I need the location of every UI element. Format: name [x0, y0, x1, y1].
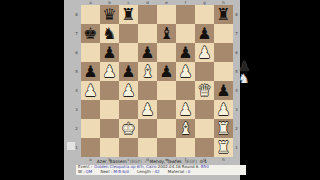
square-h7	[214, 24, 233, 43]
square-c3	[119, 100, 138, 119]
square-b1	[100, 138, 119, 157]
square-d7	[138, 24, 157, 43]
white-knight-margin-icon: ♞	[238, 72, 250, 86]
rank-labels-left: 87654321	[74, 5, 79, 157]
square-a4: ♟	[81, 81, 100, 100]
rank-label-8: 8	[234, 5, 239, 24]
white-pawn: ♟	[102, 62, 116, 81]
white-player-tag: (EGY)	[130, 159, 142, 164]
white-player-name: Azer, Bassem	[97, 159, 127, 164]
square-c8: ♜	[119, 5, 138, 24]
square-d5: ♝	[138, 62, 157, 81]
square-f1	[176, 138, 195, 157]
square-c7	[119, 24, 138, 43]
rank-label-7: 7	[74, 24, 79, 43]
square-h5	[214, 62, 233, 81]
black-knight: ♞	[102, 24, 116, 43]
square-a8	[81, 5, 100, 24]
players-line: Azer, Bassem(EGY)-Mehdy, Tawfek(EGY)0-1	[64, 159, 240, 165]
square-b3	[100, 100, 119, 119]
square-f4	[176, 81, 195, 100]
square-a2	[81, 119, 100, 138]
square-e1	[157, 138, 176, 157]
black-pawn: ♟	[159, 62, 173, 81]
square-e5: ♟	[157, 62, 176, 81]
square-g7: ♟	[195, 24, 214, 43]
square-a3	[81, 100, 100, 119]
stat-w-label: W :	[78, 169, 85, 174]
square-b6: ♟	[100, 43, 119, 62]
rank-label-2: 2	[74, 119, 79, 138]
square-h2: ♜	[214, 119, 233, 138]
white-bishop: ♝	[178, 119, 192, 138]
square-d4	[138, 81, 157, 100]
square-e6	[157, 43, 176, 62]
white-pawn: ♟	[197, 43, 211, 62]
square-e2	[157, 119, 176, 138]
square-f6: ♟	[176, 43, 195, 62]
square-e7: ♝	[157, 24, 176, 43]
square-h4: ♟	[214, 81, 233, 100]
black-pawn: ♟	[140, 43, 154, 62]
white-king: ♚	[121, 119, 135, 138]
square-e4	[157, 81, 176, 100]
stat-next-value: M-B-6/d	[113, 169, 128, 174]
white-pawn: ♟	[140, 100, 154, 119]
square-f7	[176, 24, 195, 43]
game-result: 0-1	[200, 159, 207, 164]
square-g3	[195, 100, 214, 119]
square-c6	[119, 43, 138, 62]
black-queen: ♛	[102, 5, 116, 24]
square-a5: ♟	[81, 62, 100, 81]
square-d2	[138, 119, 157, 138]
black-pawn: ♟	[121, 62, 135, 81]
stat-length-value: 42	[154, 169, 159, 174]
square-g2	[195, 119, 214, 138]
square-b8: ♛	[100, 5, 119, 24]
black-pawn: ♟	[197, 24, 211, 43]
square-d3: ♟	[138, 100, 157, 119]
stat-next-label: Next :	[100, 169, 112, 174]
square-f8	[176, 5, 195, 24]
rank-label-3: 3	[74, 100, 79, 119]
black-bishop: ♝	[159, 24, 173, 43]
square-h8: ♜	[214, 5, 233, 24]
square-g8	[195, 5, 214, 24]
game-info-box: Event : Golden Cleopatra op 6th, Cairo 2…	[76, 165, 246, 175]
rank-label-5: 5	[74, 62, 79, 81]
square-b7: ♞	[100, 24, 119, 43]
black-pawn: ♟	[178, 43, 192, 62]
rank-label-1: 1	[234, 138, 239, 157]
overlay-artifact-square	[67, 142, 75, 150]
white-pawn: ♟	[121, 81, 135, 100]
players-separator: -	[145, 159, 147, 164]
square-c1	[119, 138, 138, 157]
white-pawn: ♟	[178, 100, 192, 119]
square-d8	[138, 5, 157, 24]
stat-material-label: Material :	[168, 169, 187, 174]
square-h6	[214, 43, 233, 62]
square-h3: ♟	[214, 100, 233, 119]
white-bishop: ♝	[140, 62, 154, 81]
square-e3	[157, 100, 176, 119]
square-b2	[100, 119, 119, 138]
black-pawn: ♟	[102, 43, 116, 62]
square-f3: ♟	[176, 100, 195, 119]
square-a6	[81, 43, 100, 62]
stat-material-value: 0	[188, 169, 191, 174]
rank-label-4: 4	[74, 81, 79, 100]
stats-line: W :QM Next :M-B-6/d Length :42 Material …	[78, 170, 244, 175]
square-a7: ♚	[81, 24, 100, 43]
stat-length-label: Length :	[137, 169, 153, 174]
square-g5	[195, 62, 214, 81]
rank-label-7: 7	[234, 24, 239, 43]
square-b4	[100, 81, 119, 100]
eco-code: B50	[201, 165, 209, 169]
square-d1	[138, 138, 157, 157]
square-e8	[157, 5, 176, 24]
square-c5: ♟	[119, 62, 138, 81]
black-rook: ♜	[121, 5, 135, 24]
square-g1	[195, 138, 214, 157]
square-g6: ♟	[195, 43, 214, 62]
rank-label-2: 2	[234, 119, 239, 138]
square-b5: ♟	[100, 62, 119, 81]
white-rook: ♜	[216, 119, 230, 138]
square-g4: ♛	[195, 81, 214, 100]
video-frame: abcdefgh 87654321 87654321 abcdefgh ♛♜♜♚…	[0, 0, 320, 180]
rank-label-8: 8	[74, 5, 79, 24]
black-king: ♚	[83, 24, 97, 43]
white-rook: ♜	[216, 138, 230, 157]
square-c2: ♚	[119, 119, 138, 138]
square-a1	[81, 138, 100, 157]
white-pawn: ♟	[216, 100, 230, 119]
chess-board: ♛♜♜♚♞♝♟♟♟♟♟♟♟♟♝♟♟♟♟♛♟♟♟♟♚♝♜♜	[81, 5, 233, 157]
black-pawn: ♟	[216, 81, 230, 100]
stat-w-value: QM	[86, 169, 93, 174]
square-d6: ♟	[138, 43, 157, 62]
white-pawn: ♟	[83, 81, 97, 100]
white-pawn: ♟	[178, 62, 192, 81]
rank-label-3: 3	[234, 100, 239, 119]
square-c4: ♟	[119, 81, 138, 100]
black-rook: ♜	[216, 5, 230, 24]
square-h1: ♜	[214, 138, 233, 157]
square-f5: ♟	[176, 62, 195, 81]
white-queen: ♛	[197, 81, 211, 100]
black-pawn: ♟	[83, 62, 97, 81]
black-player-name: Mehdy, Tawfek	[149, 159, 181, 164]
black-player-tag: (EGY)	[185, 159, 197, 164]
rank-label-6: 6	[74, 43, 79, 62]
square-f2: ♝	[176, 119, 195, 138]
